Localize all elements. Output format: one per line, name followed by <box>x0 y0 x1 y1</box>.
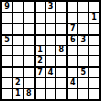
cell-r3c5[interactable] <box>46 24 56 34</box>
cell-r2c7[interactable] <box>67 13 77 23</box>
cell-r9c2-given[interactable]: 1 <box>13 89 23 99</box>
cell-r5c4-given[interactable]: 1 <box>35 46 45 56</box>
cell-r5c5[interactable] <box>46 46 56 56</box>
cell-r3c2[interactable] <box>13 24 23 34</box>
cell-r7c9[interactable] <box>89 67 99 77</box>
cell-r2c2[interactable] <box>13 13 23 23</box>
cell-r2c6[interactable] <box>56 13 66 23</box>
cell-r1c5-given[interactable]: 3 <box>46 2 56 12</box>
cell-r7c2[interactable] <box>13 67 23 77</box>
cell-r6c3[interactable] <box>24 56 34 66</box>
cell-r7c1[interactable] <box>2 67 12 77</box>
cell-r6c6[interactable] <box>56 56 66 66</box>
cell-r1c4[interactable] <box>35 2 45 12</box>
cell-r9c4[interactable] <box>35 89 45 99</box>
cell-r3c9[interactable] <box>89 24 99 34</box>
cell-r9c7[interactable] <box>67 89 77 99</box>
cell-r9c3-given[interactable]: 8 <box>24 89 34 99</box>
cell-r6c7[interactable] <box>67 56 77 66</box>
cell-r8c4[interactable] <box>35 78 45 88</box>
cell-r6c1[interactable] <box>2 56 12 66</box>
cell-r5c7[interactable] <box>67 46 77 56</box>
cell-r4c4[interactable] <box>35 35 45 45</box>
cell-r8c2-given[interactable]: 2 <box>13 78 23 88</box>
sudoku-board: 93175631827452418 <box>0 0 101 101</box>
cell-r1c8[interactable] <box>78 2 88 12</box>
cell-r6c9[interactable] <box>89 56 99 66</box>
cell-r4c2[interactable] <box>13 35 23 45</box>
cell-r8c7-given[interactable]: 4 <box>67 78 77 88</box>
cell-r4c3[interactable] <box>24 35 34 45</box>
cell-r4c8-given[interactable]: 3 <box>78 35 88 45</box>
cell-r6c2[interactable] <box>13 56 23 66</box>
cell-r2c1[interactable] <box>2 13 12 23</box>
cell-r3c3[interactable] <box>24 24 34 34</box>
cell-r7c7[interactable] <box>67 67 77 77</box>
cell-r4c6[interactable] <box>56 35 66 45</box>
cell-r7c6[interactable] <box>56 67 66 77</box>
cell-r5c3[interactable] <box>24 46 34 56</box>
cell-r4c7-given[interactable]: 6 <box>67 35 77 45</box>
cell-r6c5[interactable] <box>46 56 56 66</box>
cell-r8c5[interactable] <box>46 78 56 88</box>
cell-r5c2[interactable] <box>13 46 23 56</box>
cell-r3c8[interactable] <box>78 24 88 34</box>
cell-r3c7-given[interactable]: 7 <box>67 24 77 34</box>
cell-r9c9[interactable] <box>89 89 99 99</box>
cell-r1c7[interactable] <box>67 2 77 12</box>
cell-r3c6[interactable] <box>56 24 66 34</box>
cell-r2c4[interactable] <box>35 13 45 23</box>
cell-r8c3[interactable] <box>24 78 34 88</box>
cell-r9c5[interactable] <box>46 89 56 99</box>
cell-r9c6[interactable] <box>56 89 66 99</box>
sudoku-puzzle: 93175631827452418 <box>0 0 101 101</box>
cell-r8c1[interactable] <box>2 78 12 88</box>
cell-r1c6[interactable] <box>56 2 66 12</box>
cell-r8c6[interactable] <box>56 78 66 88</box>
cell-r6c4-given[interactable]: 2 <box>35 56 45 66</box>
cell-r1c2[interactable] <box>13 2 23 12</box>
cell-r5c9[interactable] <box>89 46 99 56</box>
cell-r2c8[interactable] <box>78 13 88 23</box>
cell-r1c3[interactable] <box>24 2 34 12</box>
cell-r7c3[interactable] <box>24 67 34 77</box>
cell-r2c9-given[interactable]: 1 <box>89 13 99 23</box>
cell-r8c9[interactable] <box>89 78 99 88</box>
cell-r2c3[interactable] <box>24 13 34 23</box>
cell-r9c1[interactable] <box>2 89 12 99</box>
cell-r2c5[interactable] <box>46 13 56 23</box>
cell-r9c8[interactable] <box>78 89 88 99</box>
cell-r4c5[interactable] <box>46 35 56 45</box>
cell-r5c6-given[interactable]: 8 <box>56 46 66 56</box>
cell-r4c9[interactable] <box>89 35 99 45</box>
cell-r3c4[interactable] <box>35 24 45 34</box>
cell-r7c4-given[interactable]: 7 <box>35 67 45 77</box>
cell-r3c1[interactable] <box>2 24 12 34</box>
cell-r8c8[interactable] <box>78 78 88 88</box>
cell-r1c1-given[interactable]: 9 <box>2 2 12 12</box>
cell-r1c9[interactable] <box>89 2 99 12</box>
cell-r6c8[interactable] <box>78 56 88 66</box>
cell-r7c5-given[interactable]: 4 <box>46 67 56 77</box>
cell-r7c8-given[interactable]: 5 <box>78 67 88 77</box>
cell-r4c1-given[interactable]: 5 <box>2 35 12 45</box>
cell-r5c1[interactable] <box>2 46 12 56</box>
cell-r5c8[interactable] <box>78 46 88 56</box>
